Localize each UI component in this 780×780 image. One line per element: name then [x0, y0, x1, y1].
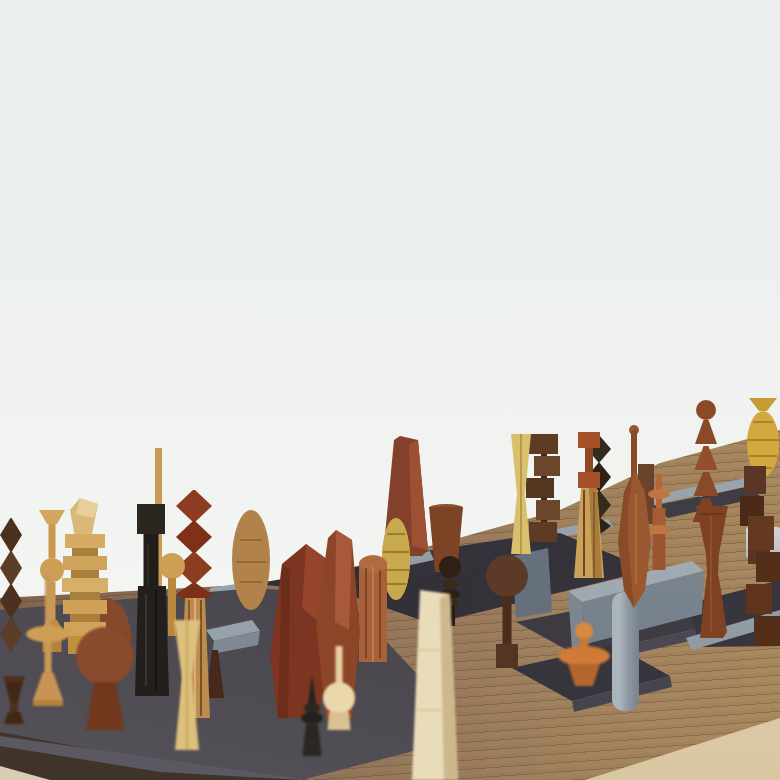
photo-scene-sculptural-chess-set	[0, 0, 780, 780]
piece-finial-pawn-black[interactable]	[298, 676, 326, 756]
piece-ball-on-cone[interactable]	[74, 626, 136, 730]
piece-block-totem-b[interactable]	[746, 516, 780, 646]
piece-taper-dumbbell-striped[interactable]	[572, 430, 606, 578]
piece-egg-acorn[interactable]	[232, 510, 270, 610]
piece-diabolo-large-walnut[interactable]	[694, 506, 730, 638]
piece-diabolo-blonde[interactable]	[168, 620, 206, 750]
steel-post-round	[612, 592, 639, 711]
piece-knob-orange[interactable]	[558, 620, 610, 692]
piece-mace-walnut[interactable]	[486, 554, 528, 668]
piece-disc-spindle-tan[interactable]	[24, 574, 72, 706]
piece-zigzag-column-walnut[interactable]	[0, 518, 22, 652]
piece-slab-ivory[interactable]	[412, 590, 458, 780]
piece-rough-column-black[interactable]	[134, 586, 170, 696]
piece-leaf-bottle[interactable]	[614, 424, 654, 608]
piece-bud-vase-ivory[interactable]	[322, 646, 356, 730]
piece-goblet-dark[interactable]	[0, 676, 28, 724]
piece-cone-stack-tower[interactable]	[686, 400, 726, 522]
piece-twist-column-blonde[interactable]	[508, 434, 534, 554]
piece-carved-cylinder[interactable]	[356, 554, 390, 662]
